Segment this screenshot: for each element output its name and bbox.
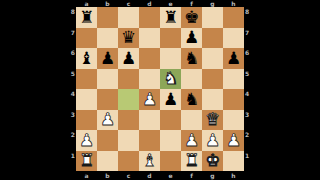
file-label-f: f	[181, 171, 202, 180]
square-c6[interactable]: ♟	[118, 48, 139, 69]
rank-label-3: 3	[65, 110, 75, 131]
square-h3[interactable]	[223, 110, 244, 131]
square-c4[interactable]	[118, 89, 139, 110]
file-label-g: g	[202, 0, 223, 7]
square-e2[interactable]	[160, 130, 181, 151]
black-pawn[interactable]: ♟	[100, 50, 115, 67]
file-label-c: c	[118, 0, 139, 7]
white-rook[interactable]: ♜	[79, 152, 94, 169]
square-d5[interactable]	[139, 69, 160, 90]
file-label-h: h	[223, 171, 244, 180]
square-d7[interactable]	[139, 28, 160, 49]
square-g4[interactable]	[202, 89, 223, 110]
file-label-f: f	[181, 0, 202, 7]
square-h7[interactable]	[223, 28, 244, 49]
file-label-g: g	[202, 171, 223, 180]
square-a3[interactable]	[76, 110, 97, 131]
square-h2[interactable]: ♟	[223, 130, 244, 151]
square-a2[interactable]: ♟	[76, 130, 97, 151]
square-f4[interactable]: ♞	[181, 89, 202, 110]
black-pawn[interactable]: ♟	[184, 29, 199, 46]
square-f7[interactable]: ♟	[181, 28, 202, 49]
rank-label-7: 7	[65, 28, 75, 49]
black-rook[interactable]: ♜	[163, 9, 178, 26]
black-king[interactable]: ♚	[184, 9, 199, 26]
square-e5[interactable]: ♞	[160, 69, 181, 90]
square-e6[interactable]	[160, 48, 181, 69]
square-f2[interactable]: ♟	[181, 130, 202, 151]
square-a6[interactable]: ♝	[76, 48, 97, 69]
black-bishop[interactable]: ♝	[79, 50, 94, 67]
square-g3[interactable]: ♛	[202, 110, 223, 131]
square-c7[interactable]: ♛	[118, 28, 139, 49]
white-pawn[interactable]: ♟	[184, 132, 199, 149]
rank-label-6: 6	[245, 48, 255, 69]
square-c3[interactable]	[118, 110, 139, 131]
square-h1[interactable]	[223, 151, 244, 172]
square-g6[interactable]	[202, 48, 223, 69]
square-c2[interactable]	[118, 130, 139, 151]
white-pawn[interactable]: ♟	[205, 132, 220, 149]
square-h4[interactable]	[223, 89, 244, 110]
square-f6[interactable]: ♞	[181, 48, 202, 69]
white-pawn[interactable]: ♟	[79, 132, 94, 149]
white-pawn[interactable]: ♟	[100, 111, 115, 128]
square-a5[interactable]	[76, 69, 97, 90]
square-h6[interactable]: ♟	[223, 48, 244, 69]
square-f3[interactable]	[181, 110, 202, 131]
square-c5[interactable]	[118, 69, 139, 90]
square-b6[interactable]: ♟	[97, 48, 118, 69]
rank-label-2: 2	[245, 130, 255, 151]
square-a7[interactable]	[76, 28, 97, 49]
square-f8[interactable]: ♚	[181, 7, 202, 28]
white-king[interactable]: ♚	[205, 152, 220, 169]
square-a4[interactable]	[76, 89, 97, 110]
file-labels-top: abcdefgh	[76, 0, 244, 7]
white-pawn[interactable]: ♟	[142, 91, 157, 108]
white-pawn[interactable]: ♟	[226, 132, 241, 149]
square-e3[interactable]	[160, 110, 181, 131]
black-knight[interactable]: ♞	[184, 50, 199, 67]
black-pawn[interactable]: ♟	[226, 50, 241, 67]
file-label-e: e	[160, 0, 181, 7]
rank-label-5: 5	[65, 69, 75, 90]
square-b1[interactable]	[97, 151, 118, 172]
black-queen[interactable]: ♛	[121, 29, 136, 46]
file-label-b: b	[97, 171, 118, 180]
square-d8[interactable]	[139, 7, 160, 28]
rank-label-1: 1	[65, 151, 75, 172]
rank-label-3: 3	[245, 110, 255, 131]
file-label-e: e	[160, 171, 181, 180]
square-g2[interactable]: ♟	[202, 130, 223, 151]
file-label-h: h	[223, 0, 244, 7]
square-e8[interactable]: ♜	[160, 7, 181, 28]
file-label-b: b	[97, 0, 118, 7]
square-g8[interactable]	[202, 7, 223, 28]
rank-label-4: 4	[245, 89, 255, 110]
rank-label-4: 4	[65, 89, 75, 110]
rank-labels-left: 87654321	[65, 7, 75, 171]
square-b4[interactable]	[97, 89, 118, 110]
square-c1[interactable]	[118, 151, 139, 172]
rank-labels-right: 87654321	[245, 7, 255, 171]
square-b3[interactable]: ♟	[97, 110, 118, 131]
rank-label-8: 8	[65, 7, 75, 28]
white-knight[interactable]: ♞	[163, 70, 178, 87]
square-d6[interactable]	[139, 48, 160, 69]
square-d3[interactable]	[139, 110, 160, 131]
black-rook[interactable]: ♜	[79, 9, 94, 26]
square-c8[interactable]	[118, 7, 139, 28]
black-pawn[interactable]: ♟	[163, 91, 178, 108]
file-label-a: a	[76, 0, 97, 7]
square-d1[interactable]: ♝	[139, 151, 160, 172]
square-e1[interactable]	[160, 151, 181, 172]
rank-label-1: 1	[245, 151, 255, 172]
square-h8[interactable]	[223, 7, 244, 28]
square-d2[interactable]	[139, 130, 160, 151]
square-f5[interactable]	[181, 69, 202, 90]
square-b8[interactable]	[97, 7, 118, 28]
file-labels-bottom: abcdefgh	[76, 171, 244, 180]
square-g5[interactable]	[202, 69, 223, 90]
file-label-c: c	[118, 171, 139, 180]
white-rook[interactable]: ♜	[184, 152, 199, 169]
rank-label-6: 6	[65, 48, 75, 69]
rank-label-2: 2	[65, 130, 75, 151]
rank-label-5: 5	[245, 69, 255, 90]
file-label-a: a	[76, 171, 97, 180]
square-h5[interactable]	[223, 69, 244, 90]
square-d4[interactable]: ♟	[139, 89, 160, 110]
square-b2[interactable]	[97, 130, 118, 151]
square-e7[interactable]	[160, 28, 181, 49]
square-g1[interactable]: ♚	[202, 151, 223, 172]
square-b7[interactable]	[97, 28, 118, 49]
black-pawn[interactable]: ♟	[121, 50, 136, 67]
black-knight[interactable]: ♞	[184, 91, 199, 108]
square-f1[interactable]: ♜	[181, 151, 202, 172]
square-b5[interactable]	[97, 69, 118, 90]
square-a8[interactable]: ♜	[76, 7, 97, 28]
white-queen[interactable]: ♛	[205, 111, 220, 128]
chess-board: ♜♜♚♛♟♝♟♟♞♟♞♟♟♞♟♛♟♟♟♟♜♝♜♚	[76, 7, 244, 171]
white-bishop[interactable]: ♝	[142, 152, 157, 169]
file-label-d: d	[139, 0, 160, 7]
square-e4[interactable]: ♟	[160, 89, 181, 110]
square-a1[interactable]: ♜	[76, 151, 97, 172]
rank-label-8: 8	[245, 7, 255, 28]
chess-diagram: abcdefgh 87654321 ♜♜♚♛♟♝♟♟♞♟♞♟♟♞♟♛♟♟♟♟♜♝…	[0, 0, 320, 180]
rank-label-7: 7	[245, 28, 255, 49]
file-label-d: d	[139, 171, 160, 180]
square-g7[interactable]	[202, 28, 223, 49]
